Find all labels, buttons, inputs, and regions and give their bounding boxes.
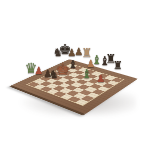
piece-black-bishop[interactable]: ♝ — [68, 59, 78, 70]
piece-white-pawn[interactable]: ♟ — [97, 74, 106, 84]
chess-set-photo: ♛♟♟♞♚♞♚♟♟♜♝♝♜♜♝♝♟♟ — [0, 0, 150, 150]
piece-white-bishop[interactable]: ♝ — [82, 68, 93, 80]
piece-black-rook[interactable]: ♜ — [113, 60, 123, 71]
piece-white-pawn[interactable]: ♟ — [87, 59, 96, 69]
piece-white-pawn[interactable]: ♟ — [35, 66, 44, 76]
